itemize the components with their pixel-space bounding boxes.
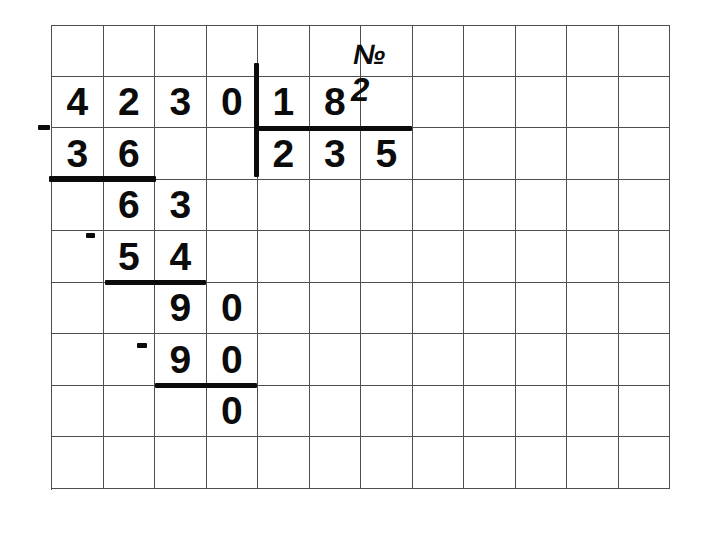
grid-cell — [619, 25, 671, 77]
grid-cell — [619, 180, 671, 232]
digit-cell-r4c2: 6 — [104, 180, 156, 232]
grid-cell — [207, 180, 259, 232]
grid-cell — [413, 283, 465, 335]
grid-cell — [207, 231, 259, 283]
digit-cell-r8c4: 0 — [207, 386, 259, 438]
grid-cell — [619, 128, 671, 180]
grid-cell — [361, 437, 413, 489]
grid-cell — [207, 128, 259, 180]
grid-cell — [516, 180, 568, 232]
subtraction-underline-36 — [49, 176, 156, 182]
grid-cell — [516, 386, 568, 438]
grid-cell — [413, 128, 465, 180]
grid-cell — [361, 334, 413, 386]
grid-cell — [361, 386, 413, 438]
digit-cell-r5c2: 5 — [104, 231, 156, 283]
grid-cell — [361, 283, 413, 335]
grid-cell — [464, 77, 516, 129]
grid-cell — [567, 25, 619, 77]
digit-cell-r3c5: 2 — [258, 128, 310, 180]
grid-cell — [567, 231, 619, 283]
digit-cell-r2c4: 0 — [207, 77, 259, 129]
grid-cell — [258, 437, 310, 489]
grid-cell — [52, 386, 104, 438]
digit-cell-r7c4: 0 — [207, 334, 259, 386]
grid-cell — [155, 128, 207, 180]
grid-cell — [155, 437, 207, 489]
grid-cell — [567, 283, 619, 335]
grid-cell — [464, 180, 516, 232]
digit-cell-r3c7: 5 — [361, 128, 413, 180]
grid-cell — [258, 283, 310, 335]
grid-cell — [464, 437, 516, 489]
grid-cell — [413, 437, 465, 489]
grid-cell — [464, 231, 516, 283]
grid-cell — [52, 180, 104, 232]
grid-cell — [464, 283, 516, 335]
grid-cell — [619, 437, 671, 489]
grid-cell — [361, 180, 413, 232]
grid-cell — [567, 128, 619, 180]
problem-number-sign: № — [353, 41, 385, 69]
grid-cell — [516, 77, 568, 129]
grid-cell — [464, 386, 516, 438]
digit-cell-r6c4: 0 — [207, 283, 259, 335]
minus-sign-step3 — [137, 343, 147, 348]
digit-cell-r3c6: 3 — [310, 128, 362, 180]
grid-cell — [258, 386, 310, 438]
division-bracket-vertical — [254, 63, 259, 177]
grid-cell — [464, 128, 516, 180]
grid-cell — [310, 334, 362, 386]
grid-cell — [619, 231, 671, 283]
grid-cell — [516, 128, 568, 180]
grid-cell — [619, 334, 671, 386]
grid-cell — [52, 437, 104, 489]
grid-cell — [619, 283, 671, 335]
digit-cell-r4c3: 3 — [155, 180, 207, 232]
grid-cell — [52, 25, 104, 77]
subtraction-underline-90 — [155, 383, 258, 388]
worksheet-page: 42301836235635490900 № 2 — [0, 0, 720, 540]
grid-cell — [104, 386, 156, 438]
grid-cell — [464, 334, 516, 386]
grid-cell — [52, 231, 104, 283]
grid-cell — [516, 437, 568, 489]
grid-cell — [413, 334, 465, 386]
digit-cell-r5c3: 4 — [155, 231, 207, 283]
digit-cell-r2c5: 1 — [258, 77, 310, 129]
division-bracket-horizontal — [256, 126, 412, 132]
grid-cell — [619, 386, 671, 438]
grid-cell — [52, 283, 104, 335]
grid-cell — [413, 386, 465, 438]
minus-sign-step2 — [86, 233, 95, 238]
grid-cell — [155, 386, 207, 438]
grid-cell — [310, 283, 362, 335]
grid-cell — [104, 437, 156, 489]
grid-cell — [413, 180, 465, 232]
grid-cell — [258, 180, 310, 232]
grid-cell — [258, 25, 310, 77]
grid-cell — [619, 77, 671, 129]
grid-cell — [413, 231, 465, 283]
grid-cell — [516, 283, 568, 335]
grid-cell — [310, 386, 362, 438]
grid-cell — [104, 25, 156, 77]
grid-cell — [567, 334, 619, 386]
grid-cell — [567, 180, 619, 232]
minus-sign-step1 — [38, 125, 50, 130]
subtraction-underline-54 — [105, 280, 207, 286]
grid-cell — [567, 386, 619, 438]
grid-cell — [413, 25, 465, 77]
grid-cell — [310, 231, 362, 283]
grid-cell — [567, 437, 619, 489]
digit-cell-r6c3: 9 — [155, 283, 207, 335]
grid-cell — [516, 334, 568, 386]
grid-cell — [104, 334, 156, 386]
grid-cell — [207, 25, 259, 77]
grid-cell — [361, 231, 413, 283]
grid-cell — [464, 25, 516, 77]
digit-cell-r7c3: 9 — [155, 334, 207, 386]
grid-cell — [207, 437, 259, 489]
digit-cell-r2c1: 4 — [52, 77, 104, 129]
digit-cell-r2c2: 2 — [104, 77, 156, 129]
grid-cell — [104, 283, 156, 335]
problem-number-value: 2 — [351, 73, 369, 106]
grid-cell — [516, 25, 568, 77]
grid-cell — [516, 231, 568, 283]
grid-cell — [258, 231, 310, 283]
digit-cell-r2c3: 3 — [155, 77, 207, 129]
grid-cell — [310, 437, 362, 489]
grid-cell — [155, 25, 207, 77]
grid-cell — [413, 77, 465, 129]
digit-cell-r3c1: 3 — [52, 128, 104, 180]
grid-cell — [52, 334, 104, 386]
grid-cell — [567, 77, 619, 129]
grid-cell — [258, 334, 310, 386]
grid-cell — [310, 180, 362, 232]
digit-cell-r3c2: 6 — [104, 128, 156, 180]
